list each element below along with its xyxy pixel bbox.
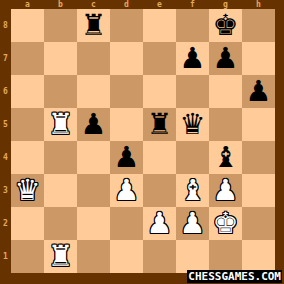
square-b4	[44, 141, 77, 174]
square-g2: ♚	[209, 207, 242, 240]
piece-black-pawn: ♟	[180, 42, 206, 75]
square-g6	[209, 75, 242, 108]
square-a7	[11, 42, 44, 75]
rank-label-4: 4	[0, 141, 11, 174]
square-c5: ♟	[77, 108, 110, 141]
square-g3: ♟	[209, 174, 242, 207]
file-labels: abcdefgh	[11, 0, 275, 9]
square-b1: ♜	[44, 240, 77, 273]
piece-black-king: ♚	[213, 9, 239, 42]
square-f1	[176, 240, 209, 273]
square-a6	[11, 75, 44, 108]
square-g4: ♝	[209, 141, 242, 174]
piece-white-bishop: ♝	[180, 174, 206, 207]
square-c7	[77, 42, 110, 75]
square-b7	[44, 42, 77, 75]
square-a3: ♛	[11, 174, 44, 207]
square-b5: ♜	[44, 108, 77, 141]
square-g7: ♟	[209, 42, 242, 75]
square-f5: ♛	[176, 108, 209, 141]
piece-black-pawn: ♟	[81, 108, 107, 141]
square-f4	[176, 141, 209, 174]
rank-label-8: 8	[0, 9, 11, 42]
square-e6	[143, 75, 176, 108]
piece-black-pawn: ♟	[114, 141, 140, 174]
file-label-a: a	[11, 0, 44, 9]
piece-white-pawn: ♟	[180, 207, 206, 240]
piece-black-bishop: ♝	[213, 141, 239, 174]
square-b6	[44, 75, 77, 108]
file-label-g: g	[209, 0, 242, 9]
piece-black-queen: ♛	[180, 108, 206, 141]
square-c3	[77, 174, 110, 207]
piece-white-pawn: ♟	[213, 174, 239, 207]
file-label-e: e	[143, 0, 176, 9]
square-h3	[242, 174, 275, 207]
square-f8	[176, 9, 209, 42]
square-e8	[143, 9, 176, 42]
rank-label-2: 2	[0, 207, 11, 240]
square-h7	[242, 42, 275, 75]
file-label-h: h	[242, 0, 275, 9]
square-b8	[44, 9, 77, 42]
square-h6: ♟	[242, 75, 275, 108]
square-f7: ♟	[176, 42, 209, 75]
square-c1	[77, 240, 110, 273]
rank-label-6: 6	[0, 75, 11, 108]
square-d3: ♟	[110, 174, 143, 207]
piece-white-queen: ♛	[15, 174, 41, 207]
file-label-f: f	[176, 0, 209, 9]
square-c2	[77, 207, 110, 240]
square-h4	[242, 141, 275, 174]
piece-white-rook: ♜	[48, 108, 74, 141]
square-d1	[110, 240, 143, 273]
piece-white-rook: ♜	[48, 240, 74, 273]
square-e3	[143, 174, 176, 207]
square-e4	[143, 141, 176, 174]
rank-label-1: 1	[0, 240, 11, 273]
chess-board: ♜♚♟♟♟♜♟♜♛♟♝♛♟♝♟♟♟♚♜	[11, 9, 275, 273]
rank-label-7: 7	[0, 42, 11, 75]
piece-black-pawn: ♟	[213, 42, 239, 75]
rank-label-3: 3	[0, 174, 11, 207]
square-e2: ♟	[143, 207, 176, 240]
square-a5	[11, 108, 44, 141]
square-f3: ♝	[176, 174, 209, 207]
square-c8: ♜	[77, 9, 110, 42]
square-c4	[77, 141, 110, 174]
square-d5	[110, 108, 143, 141]
square-a1	[11, 240, 44, 273]
square-a2	[11, 207, 44, 240]
square-b3	[44, 174, 77, 207]
square-e7	[143, 42, 176, 75]
square-c6	[77, 75, 110, 108]
rank-labels: 87654321	[0, 9, 11, 273]
watermark: CHESSGAMES.COM	[187, 270, 282, 283]
square-d8	[110, 9, 143, 42]
piece-white-king: ♚	[213, 207, 239, 240]
square-h5	[242, 108, 275, 141]
square-g8: ♚	[209, 9, 242, 42]
piece-black-rook: ♜	[81, 9, 107, 42]
file-label-c: c	[77, 0, 110, 9]
board-frame: abcdefgh 87654321 ♜♚♟♟♟♜♟♜♛♟♝♛♟♝♟♟♟♚♜ CH…	[0, 0, 284, 284]
piece-black-pawn: ♟	[246, 75, 272, 108]
square-a8	[11, 9, 44, 42]
square-g1	[209, 240, 242, 273]
square-e5: ♜	[143, 108, 176, 141]
square-d2	[110, 207, 143, 240]
piece-white-pawn: ♟	[147, 207, 173, 240]
square-d7	[110, 42, 143, 75]
piece-white-pawn: ♟	[114, 174, 140, 207]
square-d4: ♟	[110, 141, 143, 174]
rank-label-5: 5	[0, 108, 11, 141]
file-label-d: d	[110, 0, 143, 9]
square-b2	[44, 207, 77, 240]
square-f6	[176, 75, 209, 108]
square-g5	[209, 108, 242, 141]
piece-black-rook: ♜	[147, 108, 173, 141]
square-f2: ♟	[176, 207, 209, 240]
file-label-b: b	[44, 0, 77, 9]
square-h1	[242, 240, 275, 273]
square-e1	[143, 240, 176, 273]
square-d6	[110, 75, 143, 108]
square-h2	[242, 207, 275, 240]
square-h8	[242, 9, 275, 42]
square-a4	[11, 141, 44, 174]
